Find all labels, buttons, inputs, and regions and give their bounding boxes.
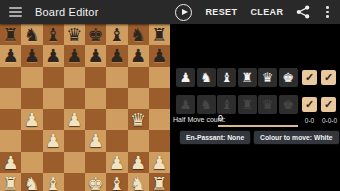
white-pawn: ♟ [109, 152, 125, 173]
share-icon[interactable] [296, 5, 310, 19]
castle-black-queenside-checkbox[interactable]: ✓ [321, 97, 336, 112]
square-g5[interactable] [128, 88, 149, 109]
black-pawn: ♟ [66, 45, 82, 66]
white-pawn: ♟ [3, 152, 19, 173]
square-c3[interactable]: ♟ [43, 130, 64, 151]
square-e7[interactable]: ♟ [85, 45, 106, 66]
square-c4[interactable] [43, 109, 64, 130]
palette-black-king[interactable]: ♚ [279, 95, 298, 114]
square-b3[interactable] [21, 130, 42, 151]
square-b8[interactable]: ♞ [21, 24, 42, 45]
black-king: ♚ [88, 24, 104, 45]
palette-row-black: ♟♞♝♜♛♚ [176, 95, 298, 114]
square-g6[interactable] [128, 67, 149, 88]
white-rook: ♜ [3, 173, 19, 191]
square-f1[interactable]: ♝ [106, 173, 127, 191]
square-g4[interactable]: ♛ [128, 109, 149, 130]
palette-black-rook[interactable]: ♜ [238, 95, 257, 114]
white-pawn: ♟ [45, 130, 61, 151]
square-d3[interactable] [64, 130, 85, 151]
black-knight: ♞ [24, 24, 40, 45]
square-f8[interactable]: ♝ [106, 24, 127, 45]
toolbar-actions: RESET CLEAR [175, 4, 340, 21]
black-pawn: ♟ [24, 45, 40, 66]
black-pawn: ♟ [45, 45, 61, 66]
clear-button[interactable]: CLEAR [250, 7, 283, 17]
square-h3[interactable] [149, 130, 170, 151]
half-move-input[interactable]: 0 [218, 113, 298, 123]
square-d7[interactable]: ♟ [64, 45, 85, 66]
square-a4[interactable] [0, 109, 21, 130]
square-e3[interactable]: ♟ [85, 130, 106, 151]
square-h6[interactable] [149, 67, 170, 88]
hamburger-menu-icon[interactable] [9, 7, 22, 17]
square-g3[interactable] [128, 130, 149, 151]
black-rook: ♜ [3, 24, 19, 45]
castle-black-kingside-checkbox[interactable]: ✓ [302, 97, 317, 112]
white-queen: ♛ [130, 109, 146, 130]
square-e5[interactable] [85, 88, 106, 109]
black-pawn: ♟ [151, 45, 167, 66]
black-queen: ♛ [66, 24, 82, 45]
white-bishop: ♝ [109, 173, 125, 191]
palette-black-pawn[interactable]: ♟ [176, 95, 195, 114]
square-a6[interactable] [0, 67, 21, 88]
square-f3[interactable] [106, 130, 127, 151]
castling-checkboxes-white: ✓✓ [302, 70, 336, 85]
palette-white-queen[interactable]: ♛ [258, 68, 277, 87]
square-h7[interactable]: ♟ [149, 45, 170, 66]
palette-white-pawn[interactable]: ♟ [176, 68, 195, 87]
kingside-castling-label: 0-0 [301, 117, 318, 124]
square-b6[interactable] [21, 67, 42, 88]
square-d6[interactable] [64, 67, 85, 88]
square-a1[interactable]: ♜ [0, 173, 21, 191]
square-b4[interactable]: ♟ [21, 109, 42, 130]
square-b7[interactable]: ♟ [21, 45, 42, 66]
square-f7[interactable]: ♟ [106, 45, 127, 66]
square-e1[interactable]: ♚ [85, 173, 106, 191]
play-button[interactable] [175, 4, 192, 21]
white-pawn: ♟ [88, 130, 104, 151]
chess-board: ♜♞♝♛♚♝♞♜♟♟♟♟♟♟♟♟♟♟♛♟♟♟♟♟♟♜♞♝♚♝♞♜ [0, 24, 170, 191]
white-pawn: ♟ [130, 152, 146, 173]
white-pawn: ♟ [24, 109, 40, 130]
square-e8[interactable]: ♚ [85, 24, 106, 45]
square-c2[interactable] [43, 152, 64, 173]
square-h4[interactable] [149, 109, 170, 130]
square-h5[interactable] [149, 88, 170, 109]
white-rook: ♜ [151, 173, 167, 191]
black-pawn: ♟ [130, 45, 146, 66]
white-king: ♚ [88, 173, 104, 191]
queenside-castling-label: 0-0-0 [319, 117, 340, 124]
square-h8[interactable]: ♜ [149, 24, 170, 45]
square-a3[interactable] [0, 130, 21, 151]
black-bishop: ♝ [109, 24, 125, 45]
square-b5[interactable] [21, 88, 42, 109]
square-c1[interactable]: ♝ [43, 173, 64, 191]
black-pawn: ♟ [88, 45, 104, 66]
castling-checkboxes-black: ✓✓ [302, 97, 336, 112]
half-move-input-underline [218, 125, 298, 127]
square-h2[interactable]: ♟ [149, 152, 170, 173]
square-e6[interactable] [85, 67, 106, 88]
palette-row-white: ♟♞♝♜♛♚ [176, 68, 298, 87]
square-f5[interactable] [106, 88, 127, 109]
en-passant-button[interactable]: En-Passant: None [180, 131, 250, 144]
white-pawn: ♟ [66, 109, 82, 130]
square-d1[interactable] [64, 173, 85, 191]
square-h1[interactable]: ♜ [149, 173, 170, 191]
square-f2[interactable]: ♟ [106, 152, 127, 173]
palette-black-queen[interactable]: ♛ [258, 95, 277, 114]
page-title: Board Editor [35, 6, 99, 18]
castle-white-kingside-checkbox[interactable]: ✓ [302, 70, 317, 85]
square-b2[interactable] [21, 152, 42, 173]
black-pawn: ♟ [3, 45, 19, 66]
square-g7[interactable]: ♟ [128, 45, 149, 66]
square-e2[interactable] [85, 152, 106, 173]
palette-black-knight[interactable]: ♞ [197, 95, 216, 114]
colour-to-move-button[interactable]: Colour to move: White [254, 131, 339, 144]
palette-black-bishop[interactable]: ♝ [217, 95, 236, 114]
square-f6[interactable] [106, 67, 127, 88]
square-f4[interactable] [106, 109, 127, 130]
palette-white-knight[interactable]: ♞ [197, 68, 216, 87]
top-app-bar: Board Editor RESET CLEAR [0, 0, 340, 24]
square-a2[interactable]: ♟ [0, 152, 21, 173]
square-c8[interactable]: ♝ [43, 24, 64, 45]
black-bishop: ♝ [45, 24, 61, 45]
black-knight: ♞ [130, 24, 146, 45]
white-pawn: ♟ [151, 152, 167, 173]
white-bishop: ♝ [45, 173, 61, 191]
palette-white-bishop[interactable]: ♝ [217, 68, 236, 87]
square-b1[interactable]: ♞ [21, 173, 42, 191]
square-c6[interactable] [43, 67, 64, 88]
square-e4[interactable] [85, 109, 106, 130]
black-rook: ♜ [151, 24, 167, 45]
square-d8[interactable]: ♛ [64, 24, 85, 45]
castle-white-queenside-checkbox[interactable]: ✓ [321, 70, 336, 85]
overflow-menu-icon[interactable] [323, 4, 332, 20]
square-d2[interactable] [64, 152, 85, 173]
white-knight: ♞ [130, 173, 146, 191]
square-c7[interactable]: ♟ [43, 45, 64, 66]
square-c5[interactable] [43, 88, 64, 109]
square-d5[interactable] [64, 88, 85, 109]
square-a7[interactable]: ♟ [0, 45, 21, 66]
board-editor-app: Board Editor RESET CLEAR ♜♞♝♛♚♝♞♜♟♟♟♟♟♟♟… [0, 0, 340, 191]
editor-panel: ♟♞♝♜♛♚ ♟♞♝♜♛♚ ✓✓ ✓✓ Half Move count: 0 0… [170, 24, 340, 191]
square-a5[interactable] [0, 88, 21, 109]
white-knight: ♞ [24, 173, 40, 191]
palette-white-rook[interactable]: ♜ [238, 68, 257, 87]
palette-white-king[interactable]: ♚ [279, 68, 298, 87]
black-pawn: ♟ [109, 45, 125, 66]
square-d4[interactable]: ♟ [64, 109, 85, 130]
play-icon [182, 9, 188, 15]
square-g8[interactable]: ♞ [128, 24, 149, 45]
square-a8[interactable]: ♜ [0, 24, 21, 45]
reset-button[interactable]: RESET [205, 7, 237, 17]
square-g1[interactable]: ♞ [128, 173, 149, 191]
square-g2[interactable]: ♟ [128, 152, 149, 173]
